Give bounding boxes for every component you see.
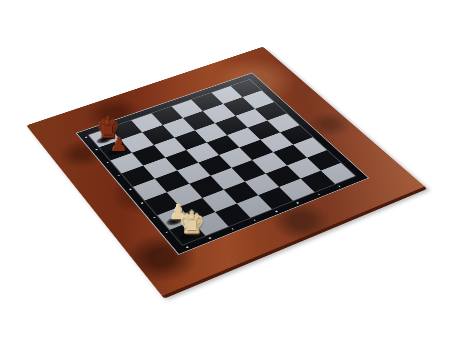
piece-white-rook-a1[interactable]: ♜ <box>179 196 205 237</box>
white-rook-icon: ♜ <box>181 214 202 238</box>
chess-board: ♜♞♝♛♚♝♞♜♟♟♟♟♟♟♟♟♟♟♟♟♟♟♟♟♜♞♝♛♚♝♞♜ <box>26 47 424 296</box>
chess-set-photo: ♜♞♝♛♚♝♞♜♟♟♟♟♟♟♟♟♟♟♟♟♟♟♟♟♜♞♝♛♚♝♞♜ <box>0 0 450 337</box>
